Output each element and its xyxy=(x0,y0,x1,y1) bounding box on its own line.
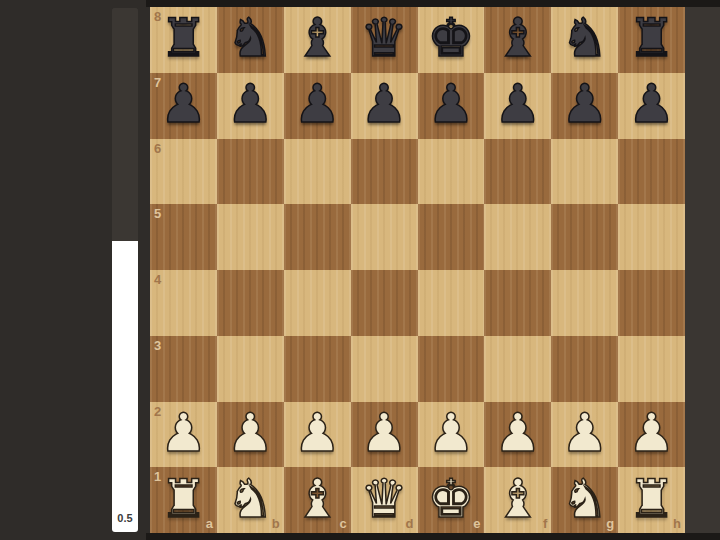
square-c7[interactable]: ♟ xyxy=(284,73,351,139)
square-f2[interactable]: ♟ xyxy=(484,402,551,468)
evaluation-bar: 0.5 xyxy=(112,8,138,532)
black-rook-h8[interactable]: ♜ xyxy=(628,11,676,64)
rank-label-1: 1 xyxy=(154,470,161,483)
rank-label-8: 8 xyxy=(154,10,161,23)
black-pawn-d7[interactable]: ♟ xyxy=(360,77,408,130)
square-b8[interactable]: ♞ xyxy=(217,7,284,73)
square-b5[interactable] xyxy=(217,204,284,270)
square-f5[interactable] xyxy=(484,204,551,270)
square-d3[interactable] xyxy=(351,336,418,402)
white-rook-a1[interactable]: ♜ xyxy=(160,472,208,525)
square-b6[interactable] xyxy=(217,139,284,205)
square-g1[interactable]: g♞ xyxy=(551,467,618,533)
square-h1[interactable]: h♜ xyxy=(618,467,685,533)
file-label-f: f xyxy=(543,517,547,530)
file-label-a: a xyxy=(206,517,213,530)
black-knight-b8[interactable]: ♞ xyxy=(227,11,275,64)
square-d2[interactable]: ♟ xyxy=(351,402,418,468)
square-c2[interactable]: ♟ xyxy=(284,402,351,468)
white-king-e1[interactable]: ♚ xyxy=(427,472,475,525)
square-d1[interactable]: d♛ xyxy=(351,467,418,533)
white-rook-h1[interactable]: ♜ xyxy=(628,472,676,525)
square-f1[interactable]: f♝ xyxy=(484,467,551,533)
square-g3[interactable] xyxy=(551,336,618,402)
black-queen-d8[interactable]: ♛ xyxy=(360,11,408,64)
black-pawn-a7[interactable]: ♟ xyxy=(160,77,208,130)
square-a7[interactable]: 7♟ xyxy=(150,73,217,139)
black-rook-a8[interactable]: ♜ xyxy=(160,11,208,64)
white-queen-d1[interactable]: ♛ xyxy=(360,472,408,525)
board-top-edge xyxy=(146,0,720,7)
square-a2[interactable]: 2♟ xyxy=(150,402,217,468)
evaluation-bar-black-section xyxy=(112,8,138,241)
file-label-b: b xyxy=(272,517,280,530)
square-h5[interactable] xyxy=(618,204,685,270)
square-e8[interactable]: ♚ xyxy=(418,7,485,73)
black-pawn-g7[interactable]: ♟ xyxy=(561,77,609,130)
rank-label-6: 6 xyxy=(154,142,161,155)
file-label-h: h xyxy=(673,517,681,530)
white-pawn-f2[interactable]: ♟ xyxy=(494,406,542,459)
square-e7[interactable]: ♟ xyxy=(418,73,485,139)
black-pawn-f7[interactable]: ♟ xyxy=(494,77,542,130)
right-background-panel xyxy=(685,0,720,540)
square-e4[interactable] xyxy=(418,270,485,336)
rank-label-7: 7 xyxy=(154,76,161,89)
square-g8[interactable]: ♞ xyxy=(551,7,618,73)
square-a3[interactable]: 3 xyxy=(150,336,217,402)
square-c5[interactable] xyxy=(284,204,351,270)
white-pawn-c2[interactable]: ♟ xyxy=(293,406,341,459)
square-f8[interactable]: ♝ xyxy=(484,7,551,73)
black-king-e8[interactable]: ♚ xyxy=(427,11,475,64)
square-c3[interactable] xyxy=(284,336,351,402)
black-knight-g8[interactable]: ♞ xyxy=(561,11,609,64)
rank-label-4: 4 xyxy=(154,273,161,286)
evaluation-score: 0.5 xyxy=(112,512,138,524)
square-e5[interactable] xyxy=(418,204,485,270)
square-b3[interactable] xyxy=(217,336,284,402)
square-a5[interactable]: 5 xyxy=(150,204,217,270)
rank-label-5: 5 xyxy=(154,207,161,220)
square-d5[interactable] xyxy=(351,204,418,270)
square-g5[interactable] xyxy=(551,204,618,270)
square-b4[interactable] xyxy=(217,270,284,336)
black-pawn-e7[interactable]: ♟ xyxy=(427,77,475,130)
square-b7[interactable]: ♟ xyxy=(217,73,284,139)
square-h4[interactable] xyxy=(618,270,685,336)
black-bishop-c8[interactable]: ♝ xyxy=(293,11,341,64)
square-f3[interactable] xyxy=(484,336,551,402)
file-label-c: c xyxy=(339,517,346,530)
chess-app-window: 0.5 8♜♞♝♛♚♝♞♜7♟♟♟♟♟♟♟♟65432♟♟♟♟♟♟♟♟1a♜b♞… xyxy=(0,0,720,540)
board-bottom-edge xyxy=(146,533,720,540)
square-e6[interactable] xyxy=(418,139,485,205)
white-pawn-a2[interactable]: ♟ xyxy=(160,406,208,459)
white-bishop-c1[interactable]: ♝ xyxy=(293,472,341,525)
white-bishop-f1[interactable]: ♝ xyxy=(494,472,542,525)
black-pawn-b7[interactable]: ♟ xyxy=(227,77,275,130)
white-pawn-e2[interactable]: ♟ xyxy=(427,406,475,459)
black-pawn-c7[interactable]: ♟ xyxy=(293,77,341,130)
square-g7[interactable]: ♟ xyxy=(551,73,618,139)
square-c1[interactable]: c♝ xyxy=(284,467,351,533)
rank-label-3: 3 xyxy=(154,339,161,352)
square-b2[interactable]: ♟ xyxy=(217,402,284,468)
file-label-g: g xyxy=(606,517,614,530)
square-a4[interactable]: 4 xyxy=(150,270,217,336)
black-pawn-h7[interactable]: ♟ xyxy=(628,77,676,130)
file-label-e: e xyxy=(473,517,480,530)
square-e2[interactable]: ♟ xyxy=(418,402,485,468)
square-d6[interactable] xyxy=(351,139,418,205)
square-e3[interactable] xyxy=(418,336,485,402)
white-knight-g1[interactable]: ♞ xyxy=(561,472,609,525)
white-pawn-b2[interactable]: ♟ xyxy=(227,406,275,459)
white-pawn-h2[interactable]: ♟ xyxy=(628,406,676,459)
square-b1[interactable]: b♞ xyxy=(217,467,284,533)
square-f7[interactable]: ♟ xyxy=(484,73,551,139)
white-knight-b1[interactable]: ♞ xyxy=(227,472,275,525)
square-f4[interactable] xyxy=(484,270,551,336)
chess-board: 8♜♞♝♛♚♝♞♜7♟♟♟♟♟♟♟♟65432♟♟♟♟♟♟♟♟1a♜b♞c♝d♛… xyxy=(150,7,685,533)
square-a8[interactable]: 8♜ xyxy=(150,7,217,73)
square-h7[interactable]: ♟ xyxy=(618,73,685,139)
black-bishop-f8[interactable]: ♝ xyxy=(494,11,542,64)
square-h6[interactable] xyxy=(618,139,685,205)
evaluation-bar-white-section: 0.5 xyxy=(112,241,138,532)
square-d7[interactable]: ♟ xyxy=(351,73,418,139)
square-d4[interactable] xyxy=(351,270,418,336)
square-f6[interactable] xyxy=(484,139,551,205)
square-e1[interactable]: e♚ xyxy=(418,467,485,533)
square-g2[interactable]: ♟ xyxy=(551,402,618,468)
white-pawn-g2[interactable]: ♟ xyxy=(561,406,609,459)
square-c4[interactable] xyxy=(284,270,351,336)
square-h8[interactable]: ♜ xyxy=(618,7,685,73)
square-a1[interactable]: 1a♜ xyxy=(150,467,217,533)
square-g4[interactable] xyxy=(551,270,618,336)
file-label-d: d xyxy=(406,517,414,530)
rank-label-2: 2 xyxy=(154,405,161,418)
square-d8[interactable]: ♛ xyxy=(351,7,418,73)
square-h3[interactable] xyxy=(618,336,685,402)
square-g6[interactable] xyxy=(551,139,618,205)
white-pawn-d2[interactable]: ♟ xyxy=(360,406,408,459)
square-c6[interactable] xyxy=(284,139,351,205)
square-h2[interactable]: ♟ xyxy=(618,402,685,468)
square-c8[interactable]: ♝ xyxy=(284,7,351,73)
square-a6[interactable]: 6 xyxy=(150,139,217,205)
